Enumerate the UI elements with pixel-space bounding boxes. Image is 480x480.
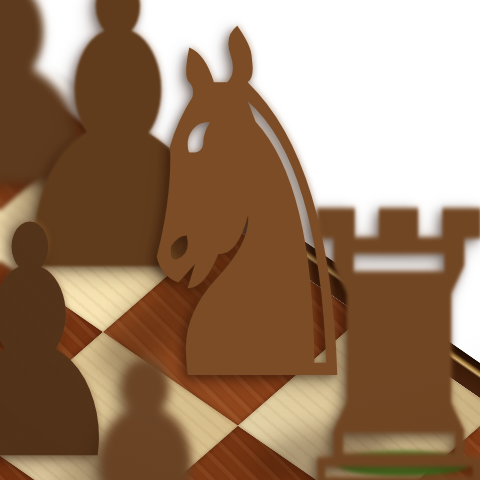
chessboard: [0, 0, 480, 480]
chess-photo-scene: ♟♟♜♟♞♟: [0, 0, 480, 480]
